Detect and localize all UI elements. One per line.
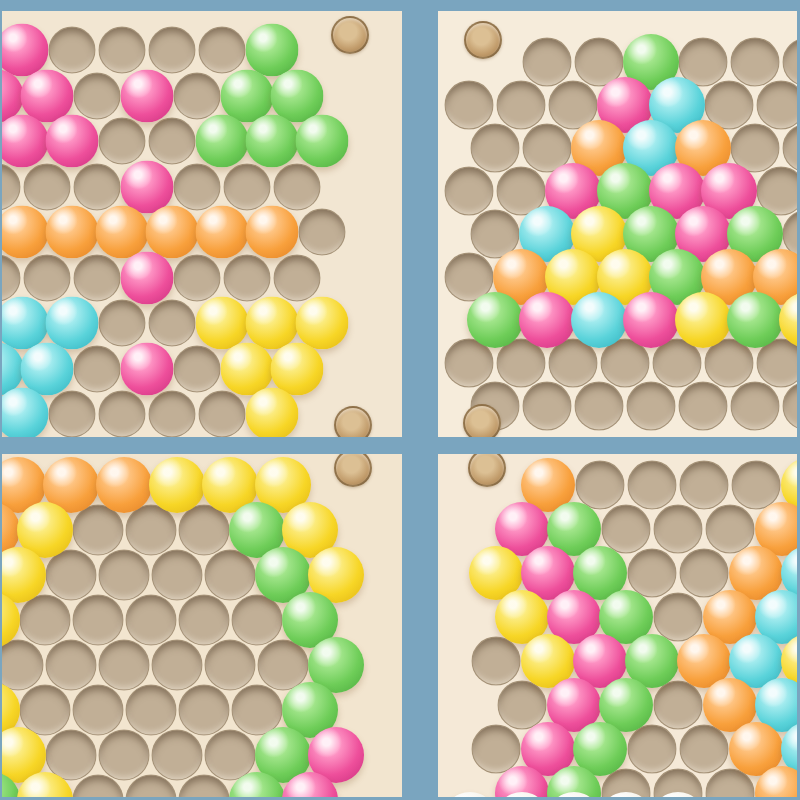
empty-hole (73, 505, 124, 556)
empty-hole (149, 391, 196, 438)
bead-yellow (246, 388, 299, 438)
empty-hole (224, 163, 271, 210)
empty-hole (174, 72, 221, 119)
wooden-corner-peg (331, 16, 369, 54)
bead-pink (519, 292, 575, 348)
empty-hole (174, 345, 221, 392)
empty-hole (523, 382, 572, 431)
empty-hole (24, 163, 71, 210)
empty-hole (179, 685, 230, 736)
bead-orange (46, 206, 99, 259)
bead-green (196, 115, 249, 168)
photo-top-left-board (2, 11, 402, 437)
empty-hole (49, 27, 96, 74)
wooden-corner-peg (463, 404, 501, 437)
bead-yellow (149, 457, 205, 513)
empty-hole (24, 254, 71, 301)
empty-hole (783, 382, 798, 431)
bead-orange (96, 457, 152, 513)
empty-hole (274, 163, 321, 210)
empty-hole (783, 124, 798, 173)
bead-yellow (246, 297, 299, 350)
empty-hole (497, 81, 546, 130)
empty-hole (73, 685, 124, 736)
empty-hole (224, 254, 271, 301)
empty-hole (732, 461, 781, 510)
empty-hole (731, 38, 780, 87)
empty-hole (706, 505, 755, 554)
empty-hole (654, 681, 703, 730)
wooden-corner-peg (464, 21, 502, 59)
empty-hole (99, 27, 146, 74)
bead-green (221, 69, 274, 122)
bead-pink (121, 342, 174, 395)
empty-hole (680, 549, 729, 598)
empty-hole (205, 640, 256, 691)
empty-hole (576, 461, 625, 510)
bead-orange (146, 206, 199, 259)
bead-green (296, 115, 349, 168)
bead-pink (21, 69, 74, 122)
empty-hole (99, 730, 150, 781)
photo-top-right-board (438, 11, 797, 437)
empty-hole (199, 27, 246, 74)
empty-hole (523, 38, 572, 87)
empty-hole (126, 505, 177, 556)
empty-hole (679, 382, 728, 431)
bead-orange (246, 206, 299, 259)
bead-yellow (675, 292, 731, 348)
empty-hole (783, 38, 798, 87)
empty-hole (46, 640, 97, 691)
photo-bottom-right-board (438, 454, 797, 797)
bead-pink (46, 115, 99, 168)
empty-hole (73, 595, 124, 646)
empty-hole (152, 730, 203, 781)
bead-cyan (21, 342, 74, 395)
bead-board-photo-collage (0, 0, 800, 800)
empty-hole (74, 72, 121, 119)
empty-hole (74, 254, 121, 301)
empty-hole (46, 550, 97, 601)
empty-hole (99, 550, 150, 601)
empty-hole (654, 505, 703, 554)
bead-yellow (271, 342, 324, 395)
empty-hole (2, 254, 21, 301)
empty-hole (179, 505, 230, 556)
empty-hole (628, 725, 677, 774)
empty-hole (498, 681, 547, 730)
bead-cyan (46, 297, 99, 350)
empty-hole (99, 118, 146, 165)
bead-green (246, 115, 299, 168)
empty-hole (757, 81, 798, 130)
bead-orange (96, 206, 149, 259)
bead-pink (121, 160, 174, 213)
empty-hole (149, 300, 196, 347)
empty-hole (680, 725, 729, 774)
empty-hole (179, 595, 230, 646)
empty-hole (152, 550, 203, 601)
empty-hole (628, 461, 677, 510)
bead-pink (121, 69, 174, 122)
empty-hole (174, 163, 221, 210)
empty-hole (627, 382, 676, 431)
empty-hole (152, 640, 203, 691)
empty-hole (99, 640, 150, 691)
bead-green (246, 24, 299, 77)
empty-hole (2, 163, 21, 210)
wooden-corner-peg (468, 454, 506, 487)
bead-orange (196, 206, 249, 259)
bead-yellow (296, 297, 349, 350)
empty-hole (274, 254, 321, 301)
wooden-corner-peg (334, 406, 372, 437)
empty-hole (575, 382, 624, 431)
empty-hole (99, 391, 146, 438)
empty-hole (472, 725, 521, 774)
empty-hole (126, 595, 177, 646)
empty-hole (602, 505, 651, 554)
empty-hole (654, 593, 703, 642)
photo-bottom-left-board (2, 454, 402, 797)
empty-hole (20, 595, 71, 646)
empty-hole (149, 118, 196, 165)
empty-hole (445, 167, 494, 216)
bead-pink (623, 292, 679, 348)
bead-yellow (221, 342, 274, 395)
empty-hole (174, 254, 221, 301)
empty-hole (74, 345, 121, 392)
bead-orange (2, 206, 49, 259)
bead-yellow (196, 297, 249, 350)
empty-hole (49, 391, 96, 438)
empty-hole (126, 685, 177, 736)
empty-hole (445, 81, 494, 130)
bead-pink (121, 251, 174, 304)
empty-hole (232, 595, 283, 646)
bead-cyan (571, 292, 627, 348)
empty-hole (74, 163, 121, 210)
bead-green (271, 69, 324, 122)
empty-hole (99, 300, 146, 347)
bead-cyan (2, 388, 49, 438)
bead-green (467, 292, 523, 348)
empty-hole (471, 124, 520, 173)
empty-hole (731, 382, 780, 431)
empty-hole (2, 640, 44, 691)
empty-hole (205, 550, 256, 601)
empty-hole (472, 637, 521, 686)
empty-hole (680, 461, 729, 510)
empty-hole (149, 27, 196, 74)
wooden-corner-peg (334, 454, 372, 487)
bead-pink (2, 115, 49, 168)
empty-hole (628, 549, 677, 598)
empty-hole (299, 209, 346, 256)
bead-green (727, 292, 783, 348)
bead-white (443, 792, 497, 797)
empty-hole (199, 391, 246, 438)
